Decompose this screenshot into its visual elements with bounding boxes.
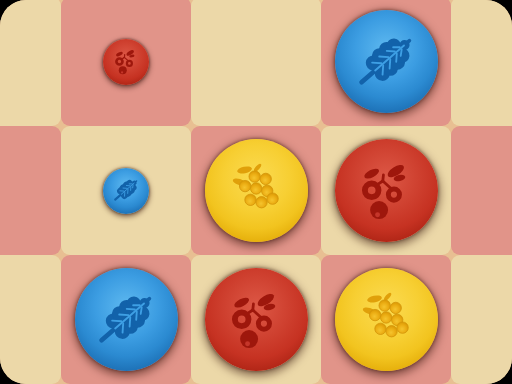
token-blue-large[interactable]: [335, 10, 438, 113]
berries-icon: [112, 48, 140, 76]
cell-r1-c3: [191, 0, 321, 126]
token-blue-small[interactable]: [103, 168, 149, 214]
leaf-icon: [90, 283, 162, 355]
token-red-small[interactable]: [103, 39, 149, 85]
cell-r1-c1: [0, 0, 61, 126]
token-red-large[interactable]: [335, 139, 438, 242]
berries-icon: [225, 289, 287, 351]
leaf-icon: [350, 25, 422, 97]
token-blue-large[interactable]: [75, 268, 178, 371]
cell-r2-c5: [451, 126, 512, 255]
cell-r3-c1: [0, 255, 61, 384]
leaf-icon: [110, 174, 142, 206]
cell-r1-c5: [451, 0, 512, 126]
token-yellow-large[interactable]: [335, 268, 438, 371]
game-screen: [0, 0, 512, 384]
cell-r3-c5: [451, 255, 512, 384]
token-red-large[interactable]: [205, 268, 308, 371]
token-yellow-large[interactable]: [205, 139, 308, 242]
berries-icon: [355, 160, 417, 222]
cell-r2-c1: [0, 126, 61, 255]
grapes-icon: [226, 161, 286, 221]
grapes-icon: [356, 290, 416, 350]
